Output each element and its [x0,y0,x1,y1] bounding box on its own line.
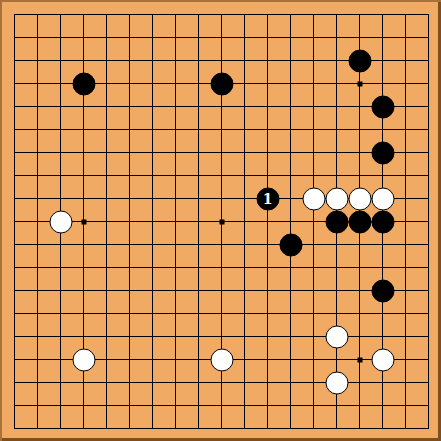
go-board[interactable]: 1 [0,0,441,441]
black-stone-R7 [371,279,394,302]
white-stone-C10 [49,210,72,233]
star-point [357,81,362,86]
white-stone-P5 [325,325,348,348]
white-stone-O11 [302,187,325,210]
black-stone-P10 [325,210,348,233]
black-stone-R10 [371,210,394,233]
white-stone-Q11 [348,187,371,210]
black-stone-Q10 [348,210,371,233]
black-stone-K16 [210,72,233,95]
white-stone-R11 [371,187,394,210]
star-point [357,357,362,362]
black-stone-N9 [279,233,302,256]
white-stone-P3 [325,371,348,394]
black-stone-R13 [371,141,394,164]
white-stone-D4 [72,348,95,371]
black-stone-R15 [371,95,394,118]
white-stone-K4 [210,348,233,371]
star-point [81,219,86,224]
black-stone-M11-move-1: 1 [256,187,279,210]
black-stone-Q17 [348,49,371,72]
black-stone-D16 [72,72,95,95]
star-point [219,219,224,224]
white-stone-P11 [325,187,348,210]
white-stone-R4 [371,348,394,371]
